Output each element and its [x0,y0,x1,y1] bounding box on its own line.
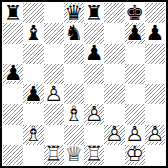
black-piece-glyph: ♟ [3,64,23,84]
square-d7[interactable]: ♞ [64,23,84,43]
square-e5[interactable] [84,64,104,84]
square-f3[interactable] [104,104,124,124]
square-g2[interactable]: ♟♙ [125,125,145,145]
square-g7[interactable]: ♟ [125,23,145,43]
square-g8[interactable]: ♚ [125,3,145,23]
chess-board: ♜♛♜♚♝♞♟♟♟♟♟♟♙♝♗♟♙♝♗♟♙♟♙♟♙♜♖♛♕♜♖♚♔ [0,0,168,168]
square-h4[interactable] [145,84,165,104]
square-c5[interactable] [44,64,64,84]
square-d2[interactable] [64,125,84,145]
square-c2[interactable] [44,125,64,145]
square-a6[interactable] [3,44,23,64]
white-piece-glyph: ♟ [104,125,124,145]
piece-black-pawn[interactable]: ♟ [84,44,104,64]
square-f5[interactable] [104,64,124,84]
white-piece-outline-glyph: ♔ [125,145,145,165]
white-piece-glyph: ♟ [44,84,64,104]
piece-black-pawn[interactable]: ♟ [145,23,165,43]
square-f1[interactable] [104,145,124,165]
piece-black-pawn[interactable]: ♟ [3,64,23,84]
piece-white-pawn[interactable]: ♟♙ [145,125,165,145]
piece-black-rook[interactable]: ♜ [84,3,104,23]
white-piece-glyph: ♛ [64,145,84,165]
square-b4[interactable]: ♟ [23,84,43,104]
piece-white-rook[interactable]: ♜♖ [84,145,104,165]
white-piece-outline-glyph: ♙ [145,125,165,145]
piece-black-queen[interactable]: ♛ [64,3,84,23]
white-piece-glyph: ♟ [145,125,165,145]
white-piece-glyph: ♝ [23,125,43,145]
black-piece-glyph: ♜ [84,3,104,23]
square-a3[interactable] [3,104,23,124]
square-h1[interactable] [145,145,165,165]
piece-black-bishop[interactable]: ♝ [23,23,43,43]
square-b5[interactable] [23,64,43,84]
square-e2[interactable] [84,125,104,145]
chess-diagram: ♜♛♜♚♝♞♟♟♟♟♟♟♙♝♗♟♙♝♗♟♙♟♙♟♙♜♖♛♕♜♖♚♔ [0,0,168,168]
square-d6[interactable] [64,44,84,64]
piece-white-pawn[interactable]: ♟♙ [104,125,124,145]
square-g4[interactable] [125,84,145,104]
white-piece-glyph: ♝ [64,104,84,124]
square-e8[interactable]: ♜ [84,3,104,23]
white-piece-glyph: ♜ [44,145,64,165]
square-d8[interactable]: ♛ [64,3,84,23]
white-piece-outline-glyph: ♗ [64,104,84,124]
square-d3[interactable]: ♝♗ [64,104,84,124]
square-e1[interactable]: ♜♖ [84,145,104,165]
square-e6[interactable]: ♟ [84,44,104,64]
square-a4[interactable] [3,84,23,104]
piece-white-bishop[interactable]: ♝♗ [64,104,84,124]
black-piece-glyph: ♞ [64,23,84,43]
black-piece-glyph: ♜ [3,3,23,23]
square-f6[interactable] [104,44,124,64]
white-piece-outline-glyph: ♖ [44,145,64,165]
piece-white-rook[interactable]: ♜♖ [44,145,64,165]
square-a2[interactable] [3,125,23,145]
white-piece-outline-glyph: ♙ [104,125,124,145]
square-a7[interactable] [3,23,23,43]
square-c8[interactable] [44,3,64,23]
square-h5[interactable] [145,64,165,84]
square-c1[interactable]: ♜♖ [44,145,64,165]
piece-black-king[interactable]: ♚ [125,3,145,23]
black-piece-glyph: ♛ [64,3,84,23]
white-piece-glyph: ♟ [125,125,145,145]
white-piece-outline-glyph: ♗ [23,125,43,145]
black-piece-glyph: ♝ [23,23,43,43]
square-b2[interactable]: ♝♗ [23,125,43,145]
square-a1[interactable] [3,145,23,165]
piece-white-pawn[interactable]: ♟♙ [44,84,64,104]
square-a8[interactable]: ♜ [3,3,23,23]
black-piece-glyph: ♟ [125,23,145,43]
piece-white-bishop[interactable]: ♝♗ [23,125,43,145]
square-h6[interactable] [145,44,165,64]
white-piece-glyph: ♚ [125,145,145,165]
square-b7[interactable]: ♝ [23,23,43,43]
square-g1[interactable]: ♚♔ [125,145,145,165]
white-piece-glyph: ♟ [84,104,104,124]
black-piece-glyph: ♟ [23,84,43,104]
square-b8[interactable] [23,3,43,23]
piece-white-pawn[interactable]: ♟♙ [84,104,104,124]
black-piece-glyph: ♟ [145,23,165,43]
square-c3[interactable] [44,104,64,124]
piece-black-rook[interactable]: ♜ [3,3,23,23]
white-piece-glyph: ♜ [84,145,104,165]
square-d5[interactable] [64,64,84,84]
piece-black-pawn[interactable]: ♟ [125,23,145,43]
square-e3[interactable]: ♟♙ [84,104,104,124]
square-b3[interactable] [23,104,43,124]
square-e7[interactable] [84,23,104,43]
square-a5[interactable]: ♟ [3,64,23,84]
square-h2[interactable]: ♟♙ [145,125,165,145]
square-f2[interactable]: ♟♙ [104,125,124,145]
black-piece-glyph: ♚ [125,3,145,23]
square-c7[interactable] [44,23,64,43]
square-c6[interactable] [44,44,64,64]
square-h3[interactable] [145,104,165,124]
square-h7[interactable]: ♟ [145,23,165,43]
square-g6[interactable] [125,44,145,64]
piece-white-pawn[interactable]: ♟♙ [125,125,145,145]
white-piece-outline-glyph: ♙ [44,84,64,104]
white-piece-outline-glyph: ♙ [125,125,145,145]
square-f7[interactable] [104,23,124,43]
piece-white-queen[interactable]: ♛♕ [64,145,84,165]
square-d1[interactable]: ♛♕ [64,145,84,165]
square-d4[interactable] [64,84,84,104]
square-g5[interactable] [125,64,145,84]
white-piece-outline-glyph: ♖ [84,145,104,165]
square-b6[interactable] [23,44,43,64]
white-piece-outline-glyph: ♕ [64,145,84,165]
piece-white-king[interactable]: ♚♔ [125,145,145,165]
square-g3[interactable] [125,104,145,124]
square-f8[interactable] [104,3,124,23]
piece-black-pawn[interactable]: ♟ [23,84,43,104]
square-e4[interactable] [84,84,104,104]
square-f4[interactable] [104,84,124,104]
square-b1[interactable] [23,145,43,165]
piece-black-knight[interactable]: ♞ [64,23,84,43]
white-piece-outline-glyph: ♙ [84,104,104,124]
square-c4[interactable]: ♟♙ [44,84,64,104]
black-piece-glyph: ♟ [84,44,104,64]
square-h8[interactable] [145,3,165,23]
